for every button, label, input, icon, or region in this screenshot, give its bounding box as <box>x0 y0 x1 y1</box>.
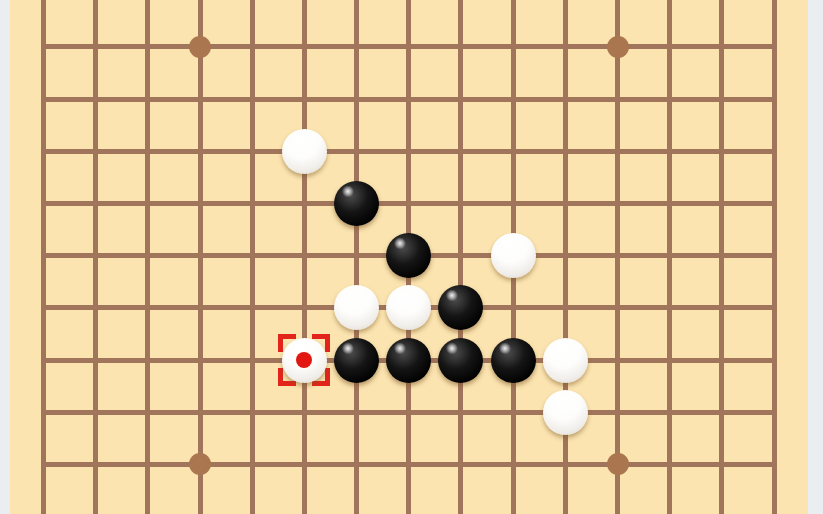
grid-line-v <box>145 97 150 126</box>
white-stone <box>334 285 379 330</box>
point-c0-r9[interactable] <box>17 334 69 386</box>
grid-line-v <box>458 0 463 21</box>
grid-line-v <box>667 491 672 514</box>
grid-line-v <box>302 491 307 514</box>
grid-line-v <box>41 253 46 282</box>
grid-line-v <box>772 149 777 178</box>
grid-line-v <box>511 44 516 73</box>
grid-line-v <box>667 201 672 230</box>
point-c6-r4[interactable] <box>331 73 383 125</box>
point-c10-r11[interactable] <box>539 438 591 490</box>
point-c9-r10[interactable] <box>487 386 539 438</box>
point-c13-r12[interactable] <box>696 491 748 514</box>
point-c10-r4[interactable] <box>539 73 591 125</box>
point-c0-r5[interactable] <box>17 125 69 177</box>
grid-line-v <box>563 149 568 178</box>
grid-line-v <box>772 44 777 73</box>
point-c1-r7[interactable] <box>70 230 122 282</box>
grid-line-v <box>615 201 620 230</box>
point-c11-r12[interactable] <box>591 491 643 514</box>
point-c0-r7[interactable] <box>17 230 69 282</box>
point-c14-r6[interactable] <box>748 177 800 229</box>
point-c9-r8[interactable] <box>487 282 539 334</box>
grid-line-v <box>250 491 255 514</box>
black-stone <box>334 338 379 383</box>
point-c8-r5[interactable] <box>435 125 487 177</box>
grid-line-v <box>250 305 255 334</box>
point-c7-r9[interactable] <box>383 334 435 386</box>
grid-line-v <box>354 149 359 178</box>
grid-line-v <box>719 462 724 491</box>
grid-line-v <box>250 97 255 126</box>
point-c14-r10[interactable] <box>748 386 800 438</box>
letterbox-right <box>808 0 823 514</box>
grid-line-v <box>406 149 411 178</box>
grid-line-v <box>302 305 307 334</box>
point-c2-r8[interactable] <box>122 282 174 334</box>
grid-line-v <box>667 44 672 73</box>
grid-line-v <box>511 0 516 21</box>
grid-line-v <box>772 410 777 439</box>
point-c6-r7[interactable] <box>331 230 383 282</box>
point-c9-r2[interactable] <box>487 0 539 21</box>
point-c1-r10[interactable] <box>70 386 122 438</box>
point-c0-r6[interactable] <box>17 177 69 229</box>
point-c6-r11[interactable] <box>331 438 383 490</box>
point-c9-r6[interactable] <box>487 177 539 229</box>
white-stone <box>543 338 588 383</box>
point-c1-r11[interactable] <box>70 438 122 490</box>
point-c7-r10[interactable] <box>383 386 435 438</box>
grid-line-v <box>772 201 777 230</box>
point-c9-r3[interactable] <box>487 21 539 73</box>
grid-line-v <box>93 491 98 514</box>
point-c4-r4[interactable] <box>226 73 278 125</box>
grid-line-v <box>719 149 724 178</box>
grid-line-v <box>563 462 568 491</box>
point-c1-r8[interactable] <box>70 282 122 334</box>
point-c5-r12[interactable] <box>278 491 330 514</box>
grid-line-v <box>772 305 777 334</box>
grid-line-v <box>406 410 411 439</box>
point-c5-r7[interactable] <box>278 230 330 282</box>
grid-line-v <box>719 410 724 439</box>
grid-line-v <box>563 97 568 126</box>
point-c6-r5[interactable] <box>331 125 383 177</box>
point-c0-r4[interactable] <box>17 73 69 125</box>
point-c13-r7[interactable] <box>696 230 748 282</box>
point-c8-r7[interactable] <box>435 230 487 282</box>
grid-line-v <box>302 0 307 21</box>
point-c1-r9[interactable] <box>70 334 122 386</box>
point-c4-r2[interactable] <box>226 0 278 21</box>
grid-line-v <box>198 358 203 387</box>
grid-line-v <box>93 44 98 73</box>
point-c5-r8[interactable] <box>278 282 330 334</box>
grid-line-v <box>41 305 46 334</box>
grid-line-v <box>93 305 98 334</box>
point-c9-r9[interactable] <box>487 334 539 386</box>
point-c12-r11[interactable] <box>644 438 696 490</box>
grid-line-v <box>772 491 777 514</box>
point-c11-r8[interactable] <box>591 282 643 334</box>
point-c6-r9[interactable] <box>331 334 383 386</box>
grid-line-v <box>615 305 620 334</box>
point-c6-r8[interactable] <box>331 282 383 334</box>
grid-line-v <box>615 97 620 126</box>
grid-line-v <box>667 358 672 387</box>
grid-line-v <box>145 201 150 230</box>
point-c2-r5[interactable] <box>122 125 174 177</box>
point-c0-r12[interactable] <box>17 491 69 514</box>
grid-line-v <box>458 44 463 73</box>
point-c3-r3[interactable] <box>174 21 226 73</box>
point-c3-r12[interactable] <box>174 491 226 514</box>
point-c13-r4[interactable] <box>696 73 748 125</box>
point-c4-r5[interactable] <box>226 125 278 177</box>
grid-line-v <box>667 149 672 178</box>
grid-line-v <box>93 201 98 230</box>
point-c10-r8[interactable] <box>539 282 591 334</box>
grid-line-v <box>772 0 777 21</box>
point-c2-r3[interactable] <box>122 21 174 73</box>
point-c10-r10[interactable] <box>539 386 591 438</box>
point-c2-r2[interactable] <box>122 0 174 21</box>
grid-line-v <box>198 305 203 334</box>
point-c13-r2[interactable] <box>696 0 748 21</box>
point-c10-r6[interactable] <box>539 177 591 229</box>
grid-line-v <box>198 253 203 282</box>
white-stone <box>282 129 327 174</box>
star-point <box>607 36 629 58</box>
point-c13-r5[interactable] <box>696 125 748 177</box>
point-c4-r10[interactable] <box>226 386 278 438</box>
point-c2-r4[interactable] <box>122 73 174 125</box>
point-c5-r10[interactable] <box>278 386 330 438</box>
point-c3-r10[interactable] <box>174 386 226 438</box>
point-c5-r3[interactable] <box>278 21 330 73</box>
grid-line-v <box>615 358 620 387</box>
point-c14-r8[interactable] <box>748 282 800 334</box>
grid-line-v <box>145 44 150 73</box>
point-c11-r3[interactable] <box>591 21 643 73</box>
point-c9-r4[interactable] <box>487 73 539 125</box>
point-c9-r7[interactable] <box>487 230 539 282</box>
grid-line-v <box>406 201 411 230</box>
point-c6-r12[interactable] <box>331 491 383 514</box>
grid-line-v <box>615 410 620 439</box>
point-c5-r5[interactable] <box>278 125 330 177</box>
point-c7-r7[interactable] <box>383 230 435 282</box>
grid-line-v <box>250 462 255 491</box>
point-c3-r2[interactable] <box>174 0 226 21</box>
point-c3-r7[interactable] <box>174 230 226 282</box>
point-c1-r5[interactable] <box>70 125 122 177</box>
point-c12-r8[interactable] <box>644 282 696 334</box>
grid-line-v <box>719 0 724 21</box>
grid-line-v <box>354 0 359 21</box>
point-c6-r10[interactable] <box>331 386 383 438</box>
grid-line-v <box>406 97 411 126</box>
point-c0-r10[interactable] <box>17 386 69 438</box>
point-c4-r12[interactable] <box>226 491 278 514</box>
point-c9-r12[interactable] <box>487 491 539 514</box>
point-c8-r4[interactable] <box>435 73 487 125</box>
grid-line-v <box>511 97 516 126</box>
point-c14-r2[interactable] <box>748 0 800 21</box>
point-c4-r6[interactable] <box>226 177 278 229</box>
grid-line-v <box>145 0 150 21</box>
grid-line-v <box>354 97 359 126</box>
grid-line-v <box>302 410 307 439</box>
point-c14-r3[interactable] <box>748 21 800 73</box>
grid-line-v <box>511 305 516 334</box>
point-c13-r10[interactable] <box>696 386 748 438</box>
star-point <box>189 453 211 475</box>
point-c11-r2[interactable] <box>591 0 643 21</box>
grid-line-v <box>302 462 307 491</box>
white-stone <box>543 390 588 435</box>
point-c14-r7[interactable] <box>748 230 800 282</box>
point-c4-r3[interactable] <box>226 21 278 73</box>
point-c1-r6[interactable] <box>70 177 122 229</box>
point-c6-r2[interactable] <box>331 0 383 21</box>
point-c3-r8[interactable] <box>174 282 226 334</box>
point-c14-r4[interactable] <box>748 73 800 125</box>
point-c8-r8[interactable] <box>435 282 487 334</box>
grid-line-v <box>354 491 359 514</box>
grid-line-v <box>719 358 724 387</box>
point-c8-r9[interactable] <box>435 334 487 386</box>
grid-line-v <box>145 253 150 282</box>
point-c13-r11[interactable] <box>696 438 748 490</box>
grid-line-v <box>198 491 203 514</box>
grid-line-v <box>406 462 411 491</box>
grid-line-v <box>250 149 255 178</box>
point-c8-r11[interactable] <box>435 438 487 490</box>
grid-line-v <box>145 410 150 439</box>
point-c9-r5[interactable] <box>487 125 539 177</box>
board-grid <box>17 0 800 514</box>
grid-line-v <box>93 410 98 439</box>
point-c2-r6[interactable] <box>122 177 174 229</box>
point-c1-r3[interactable] <box>70 21 122 73</box>
grid-line-v <box>145 305 150 334</box>
grid-line-v <box>406 44 411 73</box>
black-stone <box>438 338 483 383</box>
grid-line-v <box>93 97 98 126</box>
grid-line-v <box>93 253 98 282</box>
grid-line-v <box>302 44 307 73</box>
grid-line-v <box>145 491 150 514</box>
grid-line-v <box>458 253 463 282</box>
grid-line-v <box>563 201 568 230</box>
point-c10-r12[interactable] <box>539 491 591 514</box>
grid-line-v <box>511 491 516 514</box>
grid-line-v <box>719 253 724 282</box>
point-c12-r9[interactable] <box>644 334 696 386</box>
point-c11-r10[interactable] <box>591 386 643 438</box>
point-c12-r12[interactable] <box>644 491 696 514</box>
point-c7-r8[interactable] <box>383 282 435 334</box>
point-c7-r5[interactable] <box>383 125 435 177</box>
point-c8-r6[interactable] <box>435 177 487 229</box>
point-c12-r4[interactable] <box>644 73 696 125</box>
point-c10-r9[interactable] <box>539 334 591 386</box>
grid-line-v <box>511 201 516 230</box>
point-c2-r10[interactable] <box>122 386 174 438</box>
point-c6-r3[interactable] <box>331 21 383 73</box>
point-c2-r9[interactable] <box>122 334 174 386</box>
grid-line-v <box>41 44 46 73</box>
point-c12-r7[interactable] <box>644 230 696 282</box>
grid-line-v <box>354 253 359 282</box>
grid-line-v <box>563 491 568 514</box>
point-c7-r11[interactable] <box>383 438 435 490</box>
point-c11-r9[interactable] <box>591 334 643 386</box>
point-c6-r6[interactable] <box>331 177 383 229</box>
black-stone <box>438 285 483 330</box>
point-c5-r9[interactable] <box>278 334 330 386</box>
grid-line-v <box>93 0 98 21</box>
grid-line-v <box>719 305 724 334</box>
point-c0-r11[interactable] <box>17 438 69 490</box>
point-c14-r5[interactable] <box>748 125 800 177</box>
grid-line-v <box>145 462 150 491</box>
point-c10-r7[interactable] <box>539 230 591 282</box>
grid-line-v <box>615 149 620 178</box>
point-c2-r11[interactable] <box>122 438 174 490</box>
grid-line-v <box>93 358 98 387</box>
grid-line-v <box>719 201 724 230</box>
point-c8-r3[interactable] <box>435 21 487 73</box>
grid-line-v <box>719 44 724 73</box>
point-c3-r6[interactable] <box>174 177 226 229</box>
point-c4-r7[interactable] <box>226 230 278 282</box>
point-c5-r4[interactable] <box>278 73 330 125</box>
grid-line-v <box>667 0 672 21</box>
point-c10-r5[interactable] <box>539 125 591 177</box>
point-c12-r6[interactable] <box>644 177 696 229</box>
grid-line-v <box>719 491 724 514</box>
point-c8-r10[interactable] <box>435 386 487 438</box>
grid-line-v <box>615 491 620 514</box>
point-c5-r6[interactable] <box>278 177 330 229</box>
grid-line-v <box>511 410 516 439</box>
grid-line-v <box>458 97 463 126</box>
point-c7-r6[interactable] <box>383 177 435 229</box>
point-c13-r9[interactable] <box>696 334 748 386</box>
point-c8-r2[interactable] <box>435 0 487 21</box>
grid-line-v <box>302 253 307 282</box>
grid-line-v <box>772 97 777 126</box>
point-c2-r7[interactable] <box>122 230 174 282</box>
point-c13-r8[interactable] <box>696 282 748 334</box>
grid-line-v <box>667 305 672 334</box>
point-c0-r3[interactable] <box>17 21 69 73</box>
grid-line-v <box>667 253 672 282</box>
letterbox-left <box>0 0 10 514</box>
point-c14-r12[interactable] <box>748 491 800 514</box>
star-point <box>189 36 211 58</box>
grid-line-v <box>667 410 672 439</box>
grid-line-v <box>41 462 46 491</box>
grid-line-v <box>41 201 46 230</box>
grid-line-v <box>563 0 568 21</box>
grid-line-v <box>41 491 46 514</box>
grid-line-v <box>511 149 516 178</box>
grid-line-v <box>615 0 620 21</box>
point-c3-r11[interactable] <box>174 438 226 490</box>
point-c11-r11[interactable] <box>591 438 643 490</box>
grid-line-v <box>458 491 463 514</box>
grid-line-v <box>41 0 46 21</box>
grid-line-v <box>145 358 150 387</box>
black-stone <box>334 181 379 226</box>
point-c7-r4[interactable] <box>383 73 435 125</box>
point-c11-r6[interactable] <box>591 177 643 229</box>
grid-line-v <box>198 149 203 178</box>
point-c14-r11[interactable] <box>748 438 800 490</box>
grid-line-v <box>772 358 777 387</box>
point-c3-r5[interactable] <box>174 125 226 177</box>
point-c3-r9[interactable] <box>174 334 226 386</box>
grid-line-v <box>302 97 307 126</box>
point-c7-r12[interactable] <box>383 491 435 514</box>
point-c13-r3[interactable] <box>696 21 748 73</box>
point-c1-r2[interactable] <box>70 0 122 21</box>
grid-line-v <box>719 97 724 126</box>
point-c1-r12[interactable] <box>70 491 122 514</box>
grid-line-v <box>41 97 46 126</box>
point-c10-r3[interactable] <box>539 21 591 73</box>
point-c12-r5[interactable] <box>644 125 696 177</box>
point-c0-r8[interactable] <box>17 282 69 334</box>
grid-line-v <box>198 201 203 230</box>
point-c7-r2[interactable] <box>383 0 435 21</box>
point-c13-r6[interactable] <box>696 177 748 229</box>
black-stone <box>386 233 431 278</box>
point-c0-r2[interactable] <box>17 0 69 21</box>
point-c11-r5[interactable] <box>591 125 643 177</box>
point-c9-r11[interactable] <box>487 438 539 490</box>
grid-line-v <box>250 201 255 230</box>
point-c8-r12[interactable] <box>435 491 487 514</box>
grid-line-v <box>615 253 620 282</box>
grid-line-v <box>198 97 203 126</box>
point-c4-r11[interactable] <box>226 438 278 490</box>
point-c12-r3[interactable] <box>644 21 696 73</box>
point-c7-r3[interactable] <box>383 21 435 73</box>
point-c12-r10[interactable] <box>644 386 696 438</box>
point-c5-r11[interactable] <box>278 438 330 490</box>
grid-line-v <box>41 410 46 439</box>
point-c11-r4[interactable] <box>591 73 643 125</box>
point-c14-r9[interactable] <box>748 334 800 386</box>
grid-line-v <box>198 410 203 439</box>
point-c11-r7[interactable] <box>591 230 643 282</box>
point-c4-r9[interactable] <box>226 334 278 386</box>
point-c5-r2[interactable] <box>278 0 330 21</box>
point-c3-r4[interactable] <box>174 73 226 125</box>
point-c2-r12[interactable] <box>122 491 174 514</box>
point-c10-r2[interactable] <box>539 0 591 21</box>
point-c1-r4[interactable] <box>70 73 122 125</box>
point-c12-r2[interactable] <box>644 0 696 21</box>
point-c4-r8[interactable] <box>226 282 278 334</box>
grid-line-v <box>354 410 359 439</box>
grid-line-v <box>145 149 150 178</box>
